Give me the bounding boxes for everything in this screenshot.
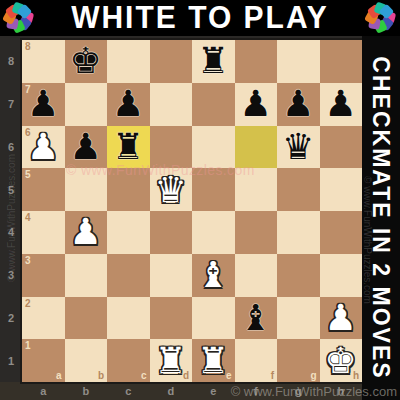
white-pawn-b4: ♟ <box>70 214 102 250</box>
rank-labels: 87654321 <box>0 40 22 382</box>
task-banner: CHECKMATE IN 2 MOVES <box>362 36 400 400</box>
square-g6: ♛ <box>277 126 320 169</box>
square-a8: 8 <box>22 40 65 83</box>
square-d6 <box>150 126 193 169</box>
square-a6: 6♟ <box>22 126 65 169</box>
square-g3 <box>277 254 320 297</box>
square-a4: 4 <box>22 211 65 254</box>
square-d7 <box>150 83 193 126</box>
square-b6: ♟ <box>65 126 108 169</box>
black-pawn-c7: ♟ <box>112 86 144 122</box>
square-e3: ♝ <box>192 254 235 297</box>
square-c3 <box>107 254 150 297</box>
black-pawn-h7: ♟ <box>325 86 357 122</box>
outside-file-label-c: c <box>107 382 150 400</box>
white-pawn-a6: ♟ <box>27 129 59 165</box>
puzzle-screen: WHITE TO PLAY © www.FunWithPuzzles.com 8… <box>0 0 400 400</box>
square-b2 <box>65 297 108 340</box>
board-rank-coord-8: 8 <box>25 42 31 52</box>
board-rank-coord-1: 1 <box>25 341 31 351</box>
square-b4: ♟ <box>65 211 108 254</box>
square-a5: 5 <box>22 168 65 211</box>
black-queen-g6: ♛ <box>282 129 314 165</box>
black-pawn-b6: ♟ <box>70 129 102 165</box>
square-h5 <box>320 168 363 211</box>
board-file-coord-a: a <box>56 371 62 381</box>
board: 8♚♜7♟♟♟♟♟6♟♟♜♛5♛4♟3♝2♝♟1abcd♜e♜fgh♚ <box>22 40 362 382</box>
white-rook-e1: ♜ <box>197 343 229 379</box>
right-frame: © www.FunWithPuzzles.com CHECKMATE IN 2 … <box>362 36 400 400</box>
square-e7 <box>192 83 235 126</box>
white-king-h1: ♚ <box>325 343 357 379</box>
square-f4 <box>235 211 278 254</box>
square-f6 <box>235 126 278 169</box>
square-g7: ♟ <box>277 83 320 126</box>
outside-rank-label-5: 5 <box>0 168 22 211</box>
square-c8 <box>107 40 150 83</box>
white-rook-d1: ♜ <box>155 343 187 379</box>
square-h3 <box>320 254 363 297</box>
square-h6 <box>320 126 363 169</box>
outside-rank-label-3: 3 <box>0 254 22 297</box>
square-h1: h♚ <box>320 339 363 382</box>
square-f1: f <box>235 339 278 382</box>
outside-rank-label-2: 2 <box>0 297 22 340</box>
square-e5 <box>192 168 235 211</box>
square-b7 <box>65 83 108 126</box>
black-rook-c6: ♜ <box>112 129 144 165</box>
square-h2: ♟ <box>320 297 363 340</box>
square-d4 <box>150 211 193 254</box>
square-f3 <box>235 254 278 297</box>
outside-rank-label-7: 7 <box>0 83 22 126</box>
board-file-coord-c: c <box>141 371 147 381</box>
black-rook-e8: ♜ <box>197 43 229 79</box>
square-c4 <box>107 211 150 254</box>
black-bishop-f2: ♝ <box>240 300 272 336</box>
square-f7: ♟ <box>235 83 278 126</box>
black-pawn-a7: ♟ <box>27 86 59 122</box>
square-c5 <box>107 168 150 211</box>
outside-rank-label-8: 8 <box>0 40 22 83</box>
board-rank-coord-4: 4 <box>25 213 31 223</box>
square-f5 <box>235 168 278 211</box>
square-e2 <box>192 297 235 340</box>
square-e4 <box>192 211 235 254</box>
white-bishop-e3: ♝ <box>197 257 229 293</box>
black-pawn-g7: ♟ <box>282 86 314 122</box>
outside-rank-label-6: 6 <box>0 126 22 169</box>
puzzle-pieces-logo-left <box>3 2 35 34</box>
black-pawn-f7: ♟ <box>240 86 272 122</box>
square-a7: 7♟ <box>22 83 65 126</box>
square-g2 <box>277 297 320 340</box>
square-a2: 2 <box>22 297 65 340</box>
square-a1: 1a <box>22 339 65 382</box>
square-f8 <box>235 40 278 83</box>
square-d1: d♜ <box>150 339 193 382</box>
outside-rank-label-4: 4 <box>0 211 22 254</box>
square-c2 <box>107 297 150 340</box>
square-f2: ♝ <box>235 297 278 340</box>
square-e1: e♜ <box>192 339 235 382</box>
square-g1: g <box>277 339 320 382</box>
board-file-coord-f: f <box>271 371 274 381</box>
black-king-b8: ♚ <box>70 43 102 79</box>
outside-file-label-d: d <box>150 382 193 400</box>
top-banner: WHITE TO PLAY <box>0 0 400 36</box>
square-h7: ♟ <box>320 83 363 126</box>
square-d5: ♛ <box>150 168 193 211</box>
square-b3 <box>65 254 108 297</box>
board-file-coord-g: g <box>310 371 316 381</box>
square-b5 <box>65 168 108 211</box>
board-rank-coord-2: 2 <box>25 299 31 309</box>
bottom-watermark: © www.FunWithPuzzles.com <box>231 384 397 399</box>
square-e6 <box>192 126 235 169</box>
outside-file-label-b: b <box>65 382 108 400</box>
square-h4 <box>320 211 363 254</box>
square-a3: 3 <box>22 254 65 297</box>
white-pawn-h2: ♟ <box>325 300 357 336</box>
square-g5 <box>277 168 320 211</box>
board-file-coord-b: b <box>98 371 104 381</box>
square-c7: ♟ <box>107 83 150 126</box>
board-rank-coord-3: 3 <box>25 256 31 266</box>
page-title: WHITE TO PLAY <box>35 0 365 37</box>
square-e8: ♜ <box>192 40 235 83</box>
square-c6: ♜ <box>107 126 150 169</box>
square-d3 <box>150 254 193 297</box>
square-g4 <box>277 211 320 254</box>
square-h8 <box>320 40 363 83</box>
outside-file-label-a: a <box>22 382 65 400</box>
square-b1: b <box>65 339 108 382</box>
puzzle-pieces-logo-right <box>365 2 397 34</box>
board-rank-coord-5: 5 <box>25 170 31 180</box>
square-d8 <box>150 40 193 83</box>
white-queen-d5: ♛ <box>155 172 187 208</box>
square-b8: ♚ <box>65 40 108 83</box>
square-d2 <box>150 297 193 340</box>
square-g8 <box>277 40 320 83</box>
outside-file-label-e: e <box>192 382 235 400</box>
square-c1: c <box>107 339 150 382</box>
outside-rank-label-1: 1 <box>0 339 22 382</box>
